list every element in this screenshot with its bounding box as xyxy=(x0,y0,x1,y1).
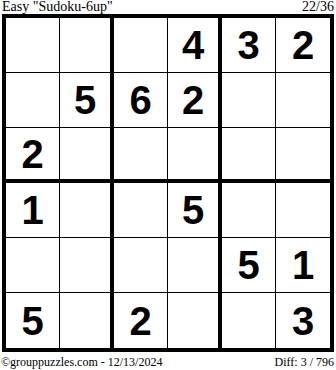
cell-r1c2[interactable] xyxy=(60,18,114,73)
cell-r2c4: 2 xyxy=(168,73,222,128)
cell-r1c4: 4 xyxy=(168,18,222,73)
cell-r6c1: 5 xyxy=(6,293,60,348)
copyright-date: ©grouppuzzles.com - 12/13/2024 xyxy=(1,355,162,370)
cell-r3c2[interactable] xyxy=(60,128,114,183)
cell-r6c4[interactable] xyxy=(168,293,222,348)
cell-r5c2[interactable] xyxy=(60,238,114,293)
difficulty-label: Diff: 3 / 796 xyxy=(275,355,334,370)
cell-r3c4[interactable] xyxy=(168,128,222,183)
puzzle-title: Easy "Sudoku-6up" xyxy=(2,0,113,15)
cell-r2c5[interactable] xyxy=(222,73,276,128)
cell-r5c4[interactable] xyxy=(168,238,222,293)
cell-r2c1[interactable] xyxy=(6,73,60,128)
cell-r4c3[interactable] xyxy=(114,183,168,238)
cell-r6c5[interactable] xyxy=(222,293,276,348)
cell-r1c5: 3 xyxy=(222,18,276,73)
cell-r4c6[interactable] xyxy=(276,183,330,238)
puzzle-page: Easy "Sudoku-6up" 22/36 43256221551523 ©… xyxy=(0,0,336,370)
cell-r4c2[interactable] xyxy=(60,183,114,238)
cell-r2c3: 6 xyxy=(114,73,168,128)
cell-r4c1: 1 xyxy=(6,183,60,238)
cell-r4c5[interactable] xyxy=(222,183,276,238)
cell-r2c2: 5 xyxy=(60,73,114,128)
cell-r5c1[interactable] xyxy=(6,238,60,293)
cell-r1c1[interactable] xyxy=(6,18,60,73)
cell-r4c4: 5 xyxy=(168,183,222,238)
cell-r3c3[interactable] xyxy=(114,128,168,183)
cell-r1c6: 2 xyxy=(276,18,330,73)
cell-r1c3[interactable] xyxy=(114,18,168,73)
cell-r5c5: 5 xyxy=(222,238,276,293)
cell-r3c5[interactable] xyxy=(222,128,276,183)
cell-r5c6: 1 xyxy=(276,238,330,293)
cell-r6c3: 2 xyxy=(114,293,168,348)
cell-r5c3[interactable] xyxy=(114,238,168,293)
sudoku-board: 43256221551523 xyxy=(2,14,334,352)
cell-r3c6[interactable] xyxy=(276,128,330,183)
cell-r6c2[interactable] xyxy=(60,293,114,348)
progress-counter: 22/36 xyxy=(302,0,334,15)
cell-r3c1: 2 xyxy=(6,128,60,183)
cell-r6c6: 3 xyxy=(276,293,330,348)
cell-r2c6[interactable] xyxy=(276,73,330,128)
